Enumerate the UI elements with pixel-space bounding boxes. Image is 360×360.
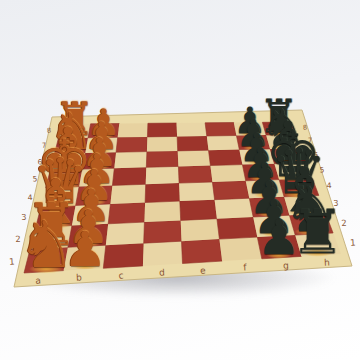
square-d4[interactable] (145, 183, 180, 202)
piece-black-rook-h1[interactable]: ♜ (318, 253, 360, 314)
square-d6[interactable] (146, 151, 178, 167)
chess-set-photo: abcdefgh1122334455667788 ♜♟♟♜♞♟♟♞♝♟♟♝♚♟♟… (0, 0, 360, 360)
square-e5[interactable] (178, 166, 212, 184)
square-d5[interactable] (146, 166, 179, 184)
piece-white-pawn-b1[interactable]: ♟ (85, 267, 128, 315)
square-d3[interactable] (144, 201, 180, 222)
square-e7[interactable] (177, 136, 208, 151)
rank-label-left-1: 1 (8, 257, 14, 266)
square-f8[interactable] (205, 123, 236, 137)
square-e1[interactable] (182, 239, 223, 263)
square-e4[interactable] (179, 182, 215, 201)
square-d8[interactable] (147, 123, 177, 137)
square-e8[interactable] (177, 123, 207, 137)
square-d2[interactable] (144, 220, 182, 243)
square-e2[interactable] (181, 219, 220, 242)
pawn-glyph: ♟ (63, 225, 106, 273)
square-e6[interactable] (178, 150, 211, 166)
square-e3[interactable] (180, 200, 217, 221)
square-d7[interactable] (147, 136, 178, 151)
file-label-e: e (200, 266, 206, 275)
file-label-f: f (243, 264, 247, 273)
file-label-d: d (159, 269, 165, 278)
square-d1[interactable] (143, 241, 183, 266)
rook-glyph: ♜ (290, 200, 345, 261)
